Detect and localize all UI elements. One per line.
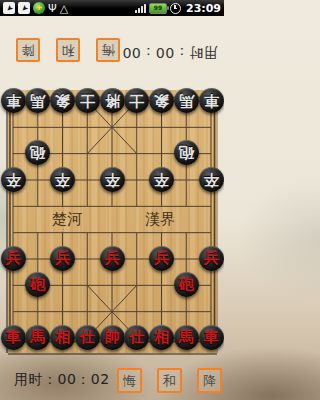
piece-character: 象 [154,93,169,108]
status-time: 23:09 [186,2,221,15]
piece-red-相-r9c6[interactable]: 相 [149,325,174,350]
piece-red-帥-r9c4[interactable]: 帥 [100,325,125,350]
piece-character: 士 [80,93,95,108]
status-icons-left: ➤ ➤ ✚ Ψ △ [3,2,135,14]
piece-red-兵-r6c0[interactable]: 兵 [1,246,26,271]
piece-black-馬-r0c1[interactable]: 馬 [25,88,50,113]
cursor-icon: ➤ [18,2,30,14]
triangle-icon: △ [60,3,68,14]
piece-black-象-r0c2[interactable]: 象 [50,88,75,113]
piece-character: 車 [204,330,219,345]
piece-character: 仕 [129,330,144,345]
piece-character: 馬 [30,330,45,345]
piece-red-仕-r9c5[interactable]: 仕 [124,325,149,350]
piece-black-馬-r0c7[interactable]: 馬 [174,88,199,113]
piece-character: 兵 [55,251,70,266]
top-player-timer: 用时：00：00 [122,43,218,61]
piece-character: 車 [6,93,21,108]
piece-black-象-r0c6[interactable]: 象 [149,88,174,113]
piece-character: 將 [105,93,120,108]
piece-character: 卒 [154,172,169,187]
piece-character: 卒 [55,172,70,187]
cursor-glyph: ➤ [4,3,14,13]
piece-character: 馬 [30,93,45,108]
usb-icon: Ψ [48,3,57,14]
piece-character: 卒 [6,172,21,187]
xiangqi-board[interactable]: 楚河 漢界 車馬象士將士象馬車砲砲卒卒卒卒卒兵兵兵兵兵砲砲車馬相仕帥仕相馬車 [8,90,217,353]
piece-character: 馬 [179,93,194,108]
status-icons-right: 99 23:09 [135,2,221,15]
piece-black-卒-r3c6[interactable]: 卒 [149,167,174,192]
bottom-undo-button[interactable]: 悔 [117,368,142,393]
piece-character: 車 [204,93,219,108]
bottom-player-timer: 用时：00：02 [14,371,110,389]
top-undo-button[interactable]: 悔 [96,38,120,62]
cursor-icon: ➤ [3,2,15,14]
piece-black-將-r0c4[interactable]: 將 [100,88,125,113]
piece-black-卒-r3c8[interactable]: 卒 [199,167,224,192]
piece-black-車-r0c0[interactable]: 車 [1,88,26,113]
piece-character: 相 [154,330,169,345]
cursor-glyph: ➤ [19,3,29,13]
piece-character: 兵 [154,251,169,266]
piece-black-士-r0c3[interactable]: 士 [75,88,100,113]
piece-red-車-r9c8[interactable]: 車 [199,325,224,350]
piece-character: 砲 [179,277,194,292]
piece-character: 象 [55,93,70,108]
piece-red-馬-r9c1[interactable]: 馬 [25,325,50,350]
piece-black-卒-r3c0[interactable]: 卒 [1,167,26,192]
bottom-draw-button[interactable]: 和 [157,368,182,393]
signal-bars-icon [135,3,146,13]
top-draw-button[interactable]: 和 [56,38,80,62]
piece-red-砲-r7c1[interactable]: 砲 [25,272,50,297]
piece-character: 車 [6,330,21,345]
river-text: 漢界 [145,210,175,229]
piece-black-砲-r2c7[interactable]: 砲 [174,140,199,165]
piece-character: 砲 [30,145,45,160]
piece-red-仕-r9c3[interactable]: 仕 [75,325,100,350]
piece-character: 砲 [30,277,45,292]
piece-character: 兵 [105,251,120,266]
piece-red-兵-r6c6[interactable]: 兵 [149,246,174,271]
green-orb-icon: ✚ [33,2,45,14]
piece-character: 兵 [204,251,219,266]
piece-red-兵-r6c8[interactable]: 兵 [199,246,224,271]
piece-character: 帥 [105,330,120,345]
status-bar: ➤ ➤ ✚ Ψ △ 99 23:09 [0,0,224,16]
piece-red-車-r9c0[interactable]: 車 [1,325,26,350]
battery-icon: 99 [149,3,167,14]
xiangqi-app: { "game": "xiangqi", "position": { "fen"… [0,0,224,400]
piece-black-卒-r3c2[interactable]: 卒 [50,167,75,192]
piece-character: 士 [129,93,144,108]
piece-character: 卒 [204,172,219,187]
river-label-han-jie: 漢界 [143,210,199,229]
river-label-chu-he: 楚河 [50,210,106,229]
piece-red-馬-r9c7[interactable]: 馬 [174,325,199,350]
piece-character: 砲 [179,145,194,160]
piece-red-相-r9c2[interactable]: 相 [50,325,75,350]
piece-red-砲-r7c7[interactable]: 砲 [174,272,199,297]
piece-character: 仕 [80,330,95,345]
piece-character: 兵 [6,251,21,266]
piece-red-兵-r6c4[interactable]: 兵 [100,246,125,271]
piece-character: 卒 [105,172,120,187]
piece-character: 相 [55,330,70,345]
battery-level: 99 [154,5,162,11]
orb-cross-glyph: ✚ [36,5,42,12]
bottom-resign-button[interactable]: 降 [197,368,222,393]
piece-red-兵-r6c2[interactable]: 兵 [50,246,75,271]
piece-black-士-r0c5[interactable]: 士 [124,88,149,113]
river-text: 楚河 [52,210,82,229]
piece-black-車-r0c8[interactable]: 車 [199,88,224,113]
top-resign-button[interactable]: 降 [16,38,40,62]
piece-black-卒-r3c4[interactable]: 卒 [100,167,125,192]
piece-character: 馬 [179,330,194,345]
alarm-clock-icon [170,3,181,14]
